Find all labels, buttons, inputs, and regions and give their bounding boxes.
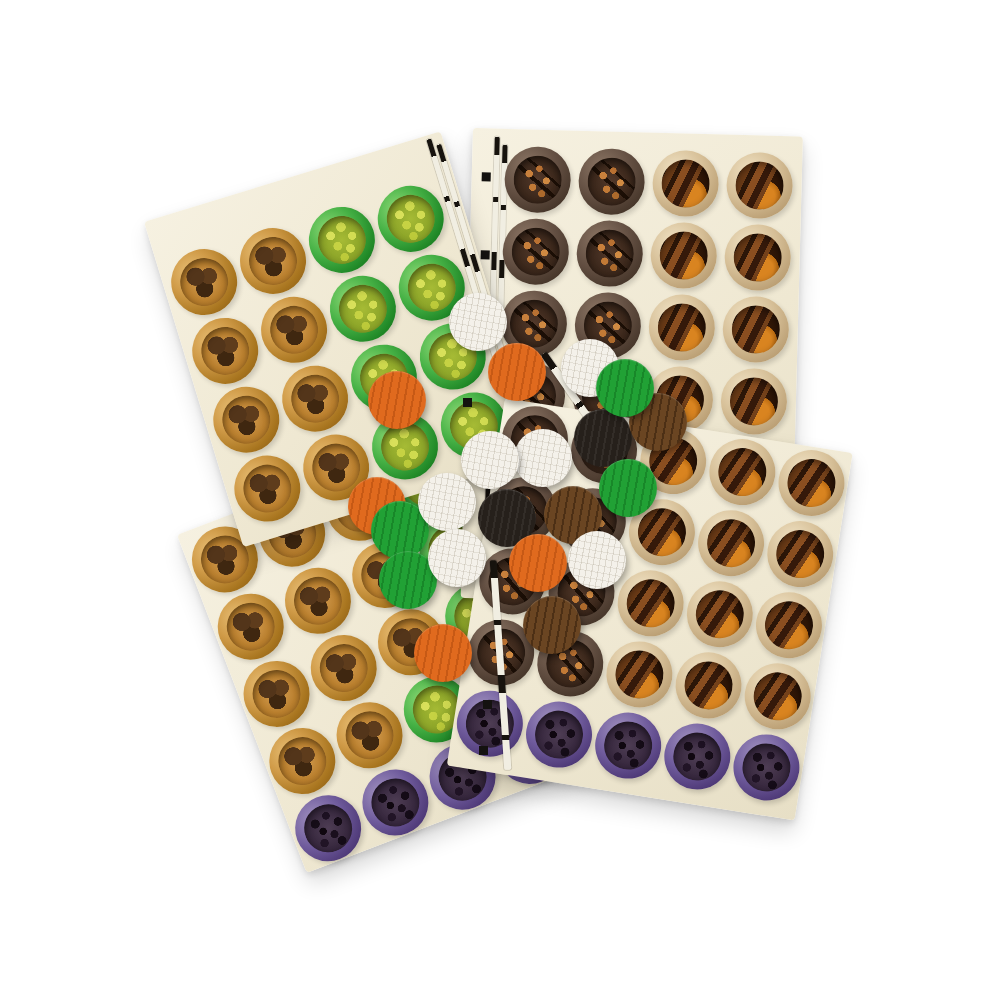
spice-cell-cinnamon[interactable]: [726, 152, 794, 220]
stick-mark: [463, 398, 472, 407]
wooden-disc-orange[interactable]: [509, 534, 567, 592]
spice-bowl-cinnamon: [661, 159, 710, 208]
spice-bowl-nutmeg: [246, 663, 308, 725]
spice-bowl-cinnamon: [612, 647, 667, 702]
wooden-disc-green[interactable]: [599, 459, 657, 517]
spice-bowl-pepper: [297, 797, 359, 859]
spice-bowl-nutmeg: [216, 390, 276, 450]
spice-bowl-clove: [585, 229, 634, 278]
spice-cell-pepper[interactable]: [521, 697, 597, 773]
stick-mark: [482, 172, 491, 181]
spice-bowl-nutmeg: [287, 570, 349, 632]
spice-cell-cinnamon[interactable]: [693, 505, 769, 581]
spice-cell-pepper[interactable]: [286, 786, 371, 871]
spice-cell-cinnamon[interactable]: [705, 434, 781, 510]
spice-bowl-cinnamon: [735, 161, 784, 210]
wooden-disc-white[interactable]: [428, 529, 486, 587]
spice-cell-cardamom[interactable]: [322, 268, 404, 350]
wooden-disc-brown[interactable]: [523, 596, 581, 654]
wooden-disc-orange[interactable]: [488, 343, 546, 401]
spice-bowl-cinnamon: [784, 456, 839, 511]
spice-cell-cinnamon[interactable]: [724, 224, 792, 292]
spice-cell-pepper[interactable]: [660, 719, 736, 795]
spice-cell-pepper[interactable]: [729, 730, 805, 806]
spice-cell-clove[interactable]: [502, 218, 570, 286]
spice-cell-cinnamon[interactable]: [762, 516, 838, 592]
spice-bowl-cinnamon: [750, 669, 805, 724]
spice-bowl-pepper: [601, 718, 656, 773]
spice-cell-cinnamon[interactable]: [613, 566, 689, 642]
spice-cell-pepper[interactable]: [353, 760, 438, 845]
spice-cell-clove[interactable]: [576, 220, 644, 288]
spice-bowl-clove: [587, 157, 636, 206]
spice-bowl-nutmeg: [237, 459, 297, 519]
spice-cell-clove[interactable]: [504, 146, 572, 214]
spice-cell-cinnamon[interactable]: [652, 150, 720, 218]
spice-bowl-cardamom: [333, 279, 393, 339]
spice-bowl-clove: [513, 155, 562, 204]
spice-cell-cinnamon[interactable]: [650, 222, 718, 290]
spice-bowl-clove: [509, 299, 558, 348]
spice-cell-pepper[interactable]: [590, 708, 666, 784]
stick-mark: [483, 700, 492, 709]
spice-cell-nutmeg[interactable]: [226, 447, 308, 529]
spice-cell-nutmeg[interactable]: [208, 584, 293, 669]
spice-bowl-nutmeg: [271, 730, 333, 792]
spice-cell-nutmeg[interactable]: [275, 558, 360, 643]
spice-cell-pepper[interactable]: [452, 686, 528, 762]
spice-cell-cinnamon[interactable]: [722, 296, 790, 364]
spice-bowl-cardamom: [312, 210, 372, 270]
spice-cell-nutmeg[interactable]: [274, 357, 356, 439]
stick-mark: [481, 250, 490, 259]
stick-mark: [479, 746, 488, 755]
spice-cell-nutmeg[interactable]: [163, 241, 245, 323]
spice-bowl-cinnamon: [715, 445, 770, 500]
spice-bowl-pepper: [532, 707, 587, 762]
spice-bowl-nutmeg: [264, 300, 324, 360]
spice-bowl-cinnamon: [681, 658, 736, 713]
spice-cell-cinnamon[interactable]: [671, 648, 747, 724]
spice-cell-cinnamon[interactable]: [602, 637, 678, 713]
wooden-disc-white[interactable]: [461, 431, 519, 489]
spice-bowl-nutmeg: [285, 369, 345, 429]
wooden-disc-white[interactable]: [418, 473, 476, 531]
wooden-disc-orange[interactable]: [368, 371, 426, 429]
spice-cell-nutmeg[interactable]: [234, 651, 319, 736]
spice-cell-nutmeg[interactable]: [301, 625, 386, 710]
spice-bowl-cinnamon: [659, 231, 708, 280]
spice-bowl-cinnamon: [623, 576, 678, 631]
spice-bowl-nutmeg: [339, 704, 401, 766]
spice-bowl-pepper: [670, 729, 725, 784]
spice-cell-cardamom[interactable]: [301, 199, 383, 281]
spice-cell-cardamom[interactable]: [370, 178, 452, 260]
wooden-disc-white[interactable]: [449, 293, 507, 351]
spice-bowl-cinnamon: [704, 516, 759, 571]
spice-bowl-nutmeg: [195, 321, 255, 381]
spice-bowl-cardamom: [381, 189, 441, 249]
spice-bowl-cinnamon: [733, 233, 782, 282]
spice-cell-cinnamon[interactable]: [774, 445, 850, 521]
wooden-disc-green[interactable]: [596, 359, 654, 417]
spice-cell-cinnamon[interactable]: [751, 587, 827, 663]
spice-bowl-nutmeg: [174, 252, 234, 312]
spice-cell-cinnamon[interactable]: [740, 659, 816, 735]
spice-cell-nutmeg[interactable]: [253, 289, 335, 371]
spice-cell-nutmeg[interactable]: [184, 310, 266, 392]
wooden-disc-white[interactable]: [568, 531, 626, 589]
spice-bowl-clove: [511, 227, 560, 276]
wooden-disc-white[interactable]: [514, 429, 572, 487]
spice-cell-nutmeg[interactable]: [232, 220, 314, 302]
spice-bowl-pepper: [739, 740, 794, 795]
game-components-photo: [0, 0, 1000, 1000]
spice-bowl-nutmeg: [220, 596, 282, 658]
spice-cell-cinnamon[interactable]: [720, 368, 788, 436]
wooden-disc-orange[interactable]: [414, 624, 472, 682]
spice-cell-nutmeg[interactable]: [260, 718, 345, 803]
spice-bowl-cinnamon: [657, 303, 706, 352]
spice-cell-nutmeg[interactable]: [205, 379, 287, 461]
spice-bowl-cinnamon: [692, 587, 747, 642]
spice-bowl-cinnamon: [729, 377, 778, 426]
spice-bowl-cinnamon: [731, 305, 780, 354]
spice-bowl-cinnamon: [761, 598, 816, 653]
spice-cell-cinnamon[interactable]: [648, 294, 716, 362]
spice-bowl-cinnamon: [773, 527, 828, 582]
spice-bowl-nutmeg: [313, 637, 375, 699]
spice-bowl-pepper: [364, 772, 426, 834]
spice-cell-cinnamon[interactable]: [682, 577, 758, 653]
spice-cell-nutmeg[interactable]: [327, 693, 412, 778]
spice-bowl-nutmeg: [243, 231, 303, 291]
spice-cell-clove[interactable]: [578, 148, 646, 216]
